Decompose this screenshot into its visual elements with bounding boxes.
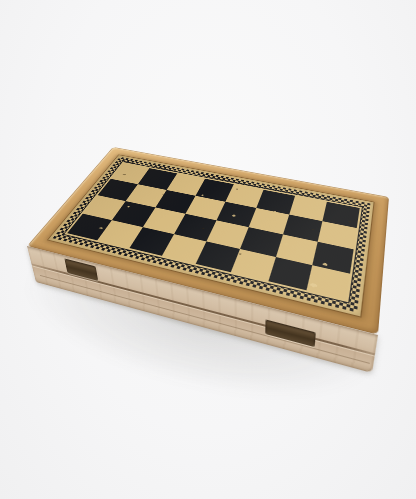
photo-stage	[0, 0, 416, 499]
